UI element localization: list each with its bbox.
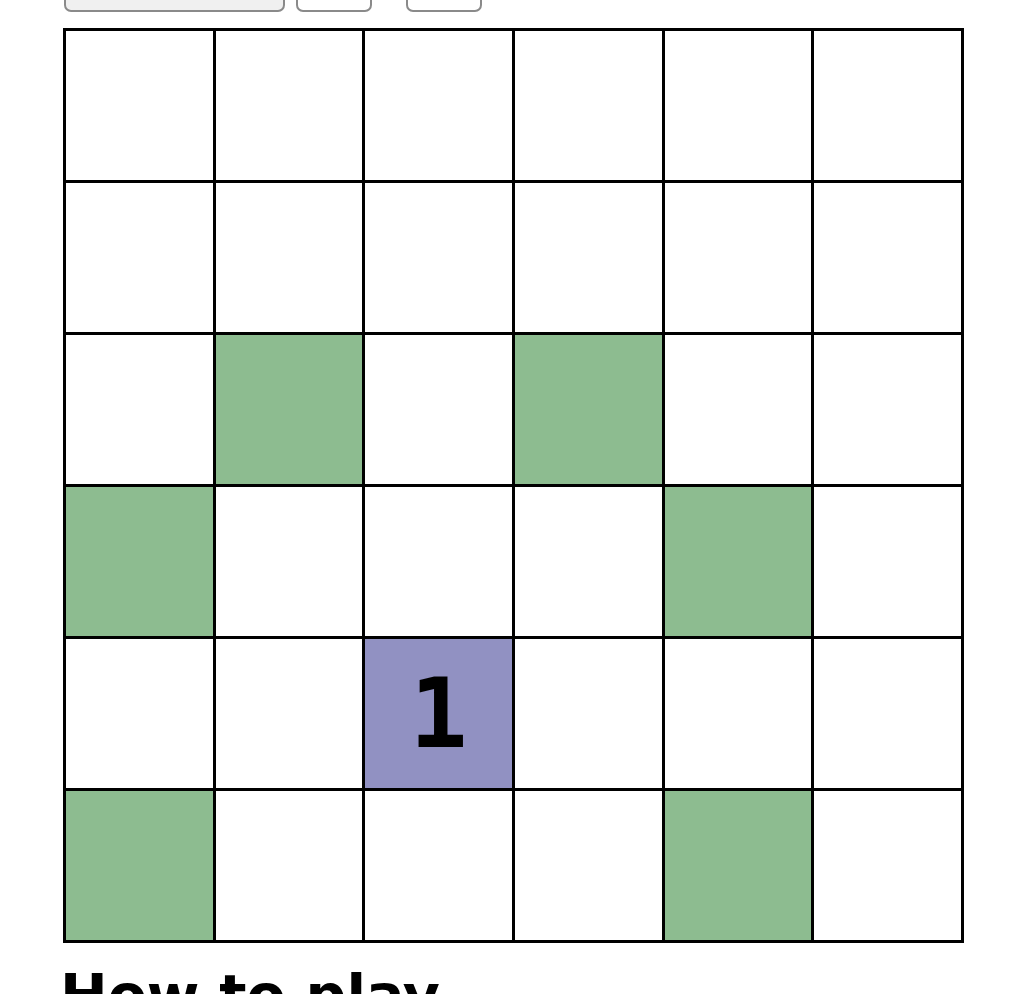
cell-r2c0[interactable] <box>66 335 213 484</box>
cell-r3c0[interactable] <box>66 487 213 636</box>
cell-r5c0[interactable] <box>66 791 213 940</box>
toolbar-button-2[interactable] <box>406 0 482 12</box>
how-to-play-heading: How to play <box>60 962 440 994</box>
cell-r0c5[interactable] <box>814 31 961 180</box>
cell-r0c0[interactable] <box>66 31 213 180</box>
cell-r3c4[interactable] <box>665 487 812 636</box>
puzzle-board: 1 <box>63 28 964 943</box>
cell-r5c3[interactable] <box>515 791 662 940</box>
cell-r1c4[interactable] <box>665 183 812 332</box>
cell-r0c4[interactable] <box>665 31 812 180</box>
cell-r2c5[interactable] <box>814 335 961 484</box>
puzzle-page: 1 How to play <box>0 0 1014 994</box>
puzzle-select-dropdown[interactable] <box>64 0 285 12</box>
cell-r0c2[interactable] <box>365 31 512 180</box>
cell-r2c3[interactable] <box>515 335 662 484</box>
cell-r2c1[interactable] <box>216 335 363 484</box>
cell-r4c3[interactable] <box>515 639 662 788</box>
cell-r1c5[interactable] <box>814 183 961 332</box>
cell-r1c3[interactable] <box>515 183 662 332</box>
cell-r5c1[interactable] <box>216 791 363 940</box>
cell-r1c2[interactable] <box>365 183 512 332</box>
cell-r5c2[interactable] <box>365 791 512 940</box>
cell-r2c2[interactable] <box>365 335 512 484</box>
cell-r3c3[interactable] <box>515 487 662 636</box>
cell-r4c0[interactable] <box>66 639 213 788</box>
cell-r3c1[interactable] <box>216 487 363 636</box>
cell-r1c1[interactable] <box>216 183 363 332</box>
cell-r4c5[interactable] <box>814 639 961 788</box>
cell-r4c1[interactable] <box>216 639 363 788</box>
cell-r5c4[interactable] <box>665 791 812 940</box>
cell-r2c4[interactable] <box>665 335 812 484</box>
cell-r1c0[interactable] <box>66 183 213 332</box>
cell-r4c2[interactable]: 1 <box>365 639 512 788</box>
cell-r0c3[interactable] <box>515 31 662 180</box>
cell-r0c1[interactable] <box>216 31 363 180</box>
cell-r3c2[interactable] <box>365 487 512 636</box>
cell-r5c5[interactable] <box>814 791 961 940</box>
cell-r4c4[interactable] <box>665 639 812 788</box>
cell-number: 1 <box>410 666 468 762</box>
toolbar-button-1[interactable] <box>296 0 372 12</box>
cell-r3c5[interactable] <box>814 487 961 636</box>
